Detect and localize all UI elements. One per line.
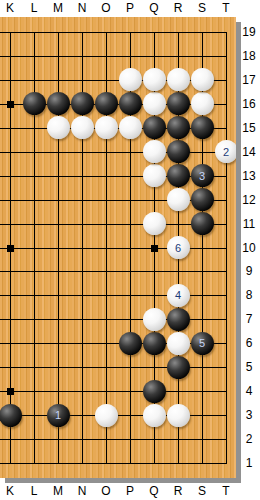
column-label-t: T xyxy=(214,484,238,498)
row-label-16: 16 xyxy=(239,96,259,112)
stone-white xyxy=(143,212,166,235)
stone-black xyxy=(167,164,190,187)
stone-white xyxy=(119,116,142,139)
column-label-r: R xyxy=(166,484,190,498)
stone-white xyxy=(143,92,166,115)
move-number-label: 4 xyxy=(175,289,181,301)
column-label-n: N xyxy=(70,1,94,15)
go-board-screenshot: KLMNOPQRST 153462 1918171615141312111098… xyxy=(0,0,260,500)
stone-black xyxy=(119,332,142,355)
move-number-label: 5 xyxy=(199,337,205,349)
row-label-19: 19 xyxy=(239,24,259,40)
stone-black xyxy=(167,92,190,115)
column-label-k: K xyxy=(0,484,22,498)
row-label-18: 18 xyxy=(239,48,259,64)
stone-black xyxy=(167,356,190,379)
stone-black xyxy=(119,92,142,115)
stone-black: 5 xyxy=(191,332,214,355)
stone-white xyxy=(191,68,214,91)
stone-black xyxy=(143,332,166,355)
stone-white xyxy=(167,68,190,91)
column-label-o: O xyxy=(94,484,118,498)
row-label-14: 14 xyxy=(239,144,259,160)
column-label-q: Q xyxy=(142,1,166,15)
row-label-5: 5 xyxy=(239,359,259,375)
row-label-15: 15 xyxy=(239,120,259,136)
move-number-label: 6 xyxy=(175,242,181,254)
move-number-label: 2 xyxy=(223,146,229,158)
stone-white xyxy=(143,68,166,91)
stone-black xyxy=(71,92,94,115)
move-number-label: 1 xyxy=(55,409,61,421)
stone-black xyxy=(95,92,118,115)
stone-white xyxy=(119,68,142,91)
column-label-k: K xyxy=(0,1,22,15)
stone-black xyxy=(191,212,214,235)
stone-black xyxy=(0,404,22,427)
stone-white xyxy=(191,92,214,115)
star-point xyxy=(7,388,14,395)
stone-white xyxy=(167,332,190,355)
stone-black xyxy=(23,92,46,115)
stone-white xyxy=(167,188,190,211)
stone-black xyxy=(143,116,166,139)
stone-black: 1 xyxy=(47,404,70,427)
star-point xyxy=(151,245,158,252)
row-label-11: 11 xyxy=(239,216,259,232)
stone-black xyxy=(191,188,214,211)
stone-white xyxy=(143,308,166,331)
stone-white xyxy=(143,404,166,427)
go-board[interactable]: 153462 xyxy=(0,17,236,478)
column-label-m: M xyxy=(46,484,70,498)
stone-white xyxy=(167,404,190,427)
column-label-s: S xyxy=(190,1,214,15)
row-label-6: 6 xyxy=(239,335,259,351)
row-label-17: 17 xyxy=(239,72,259,88)
board-shadow-bottom xyxy=(5,478,241,483)
star-point xyxy=(7,245,14,252)
row-label-4: 4 xyxy=(239,383,259,399)
grid-vline xyxy=(226,32,227,464)
column-label-l: L xyxy=(22,484,46,498)
row-label-3: 3 xyxy=(239,407,259,423)
stone-black xyxy=(191,116,214,139)
move-number-label: 3 xyxy=(199,170,205,182)
row-label-2: 2 xyxy=(239,431,259,447)
stone-white xyxy=(95,404,118,427)
stone-white xyxy=(95,116,118,139)
stone-black xyxy=(143,380,166,403)
column-label-l: L xyxy=(22,1,46,15)
row-label-12: 12 xyxy=(239,192,259,208)
row-label-9: 9 xyxy=(239,263,259,279)
column-label-n: N xyxy=(70,484,94,498)
stone-black: 3 xyxy=(191,164,214,187)
row-label-13: 13 xyxy=(239,168,259,184)
column-label-p: P xyxy=(118,1,142,15)
stone-white xyxy=(143,140,166,163)
row-label-7: 7 xyxy=(239,311,259,327)
stone-black xyxy=(167,140,190,163)
star-point xyxy=(7,101,14,108)
stone-white xyxy=(71,116,94,139)
row-label-10: 10 xyxy=(239,240,259,256)
column-label-m: M xyxy=(46,1,70,15)
stone-black xyxy=(167,308,190,331)
column-label-s: S xyxy=(190,484,214,498)
row-label-1: 1 xyxy=(239,455,259,471)
stone-white: 2 xyxy=(215,140,238,163)
stone-white: 4 xyxy=(167,284,190,307)
column-label-p: P xyxy=(118,484,142,498)
stone-white: 6 xyxy=(167,236,190,259)
stone-black xyxy=(167,116,190,139)
column-label-r: R xyxy=(166,1,190,15)
column-label-o: O xyxy=(94,1,118,15)
column-label-t: T xyxy=(214,1,238,15)
column-label-q: Q xyxy=(142,484,166,498)
stone-white xyxy=(47,116,70,139)
stone-white xyxy=(143,164,166,187)
row-label-8: 8 xyxy=(239,287,259,303)
stone-black xyxy=(47,92,70,115)
